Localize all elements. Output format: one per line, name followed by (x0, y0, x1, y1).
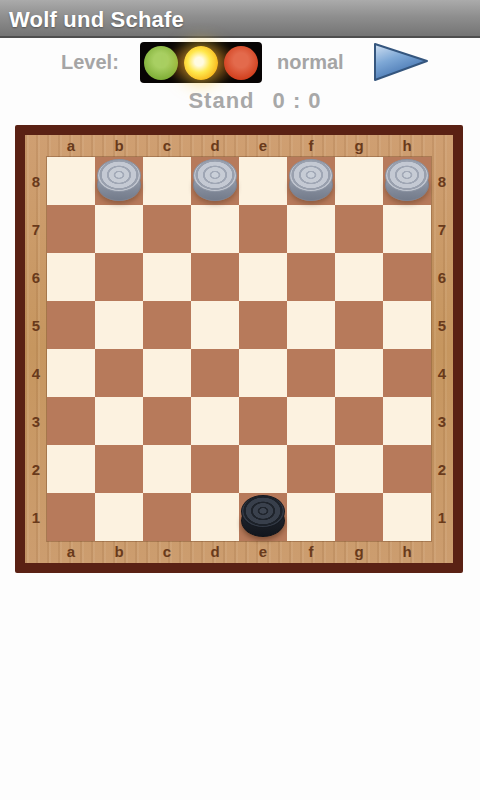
app-title: Wolf und Schafe (0, 0, 480, 33)
file-label: h (383, 135, 431, 157)
rank-label: 2 (431, 445, 453, 493)
rank-label: 4 (25, 349, 47, 397)
rank-label: 2 (25, 445, 47, 493)
score-row: Stand 0 : 0 (0, 88, 480, 114)
level-normal-lamp[interactable] (184, 46, 218, 80)
square-b7[interactable] (95, 205, 143, 253)
square-b4[interactable] (95, 349, 143, 397)
file-label: g (335, 541, 383, 563)
square-d7[interactable] (191, 205, 239, 253)
square-g8[interactable] (335, 157, 383, 205)
square-e6[interactable] (239, 253, 287, 301)
file-label: c (143, 541, 191, 563)
square-d4[interactable] (191, 349, 239, 397)
square-e8[interactable] (239, 157, 287, 205)
board-grid (47, 157, 431, 541)
square-a8[interactable] (47, 157, 95, 205)
square-f6[interactable] (287, 253, 335, 301)
rank-label: 5 (25, 301, 47, 349)
file-label: d (191, 541, 239, 563)
file-label: e (239, 135, 287, 157)
rank-label: 5 (431, 301, 453, 349)
square-e7[interactable] (239, 205, 287, 253)
square-a5[interactable] (47, 301, 95, 349)
square-f1[interactable] (287, 493, 335, 541)
square-c6[interactable] (143, 253, 191, 301)
file-label: h (383, 541, 431, 563)
square-a2[interactable] (47, 445, 95, 493)
square-d5[interactable] (191, 301, 239, 349)
square-e2[interactable] (239, 445, 287, 493)
square-c8[interactable] (143, 157, 191, 205)
square-b2[interactable] (95, 445, 143, 493)
file-label: a (47, 541, 95, 563)
square-f7[interactable] (287, 205, 335, 253)
square-a6[interactable] (47, 253, 95, 301)
square-f2[interactable] (287, 445, 335, 493)
square-b3[interactable] (95, 397, 143, 445)
rank-label: 7 (25, 205, 47, 253)
rank-label: 7 (431, 205, 453, 253)
black-wolf-piece-e1[interactable] (241, 495, 285, 538)
square-g2[interactable] (335, 445, 383, 493)
play-arrow-icon (372, 42, 430, 82)
start-game-button[interactable] (372, 42, 430, 82)
square-d3[interactable] (191, 397, 239, 445)
white-sheep-piece-d8[interactable] (193, 159, 237, 202)
rank-label: 3 (431, 397, 453, 445)
rank-label: 3 (25, 397, 47, 445)
rank-label: 6 (431, 253, 453, 301)
square-h3[interactable] (383, 397, 431, 445)
white-sheep-piece-h8[interactable] (385, 159, 429, 202)
square-a1[interactable] (47, 493, 95, 541)
file-label: c (143, 135, 191, 157)
score-value: 0 : 0 (273, 88, 322, 114)
square-a7[interactable] (47, 205, 95, 253)
rank-label: 6 (25, 253, 47, 301)
square-h4[interactable] (383, 349, 431, 397)
square-g1[interactable] (335, 493, 383, 541)
level-label: Level: (61, 51, 119, 74)
file-labels-bottom: abcdefgh (47, 541, 431, 563)
square-e3[interactable] (239, 397, 287, 445)
game-board: abcdefgh abcdefgh 87654321 87654321 (15, 125, 463, 573)
square-h6[interactable] (383, 253, 431, 301)
square-c5[interactable] (143, 301, 191, 349)
square-g7[interactable] (335, 205, 383, 253)
file-label: f (287, 541, 335, 563)
square-g4[interactable] (335, 349, 383, 397)
square-c1[interactable] (143, 493, 191, 541)
square-h7[interactable] (383, 205, 431, 253)
square-f4[interactable] (287, 349, 335, 397)
board-frame: abcdefgh abcdefgh 87654321 87654321 (25, 135, 453, 563)
rank-label: 8 (25, 157, 47, 205)
rank-label: 4 (431, 349, 453, 397)
square-f3[interactable] (287, 397, 335, 445)
app-title-bar: Wolf und Schafe (0, 0, 480, 38)
square-g5[interactable] (335, 301, 383, 349)
square-g3[interactable] (335, 397, 383, 445)
file-label: b (95, 135, 143, 157)
square-c2[interactable] (143, 445, 191, 493)
rank-label: 1 (25, 493, 47, 541)
white-sheep-piece-b8[interactable] (97, 159, 141, 202)
square-f5[interactable] (287, 301, 335, 349)
square-d6[interactable] (191, 253, 239, 301)
file-labels-top: abcdefgh (47, 135, 431, 157)
square-g6[interactable] (335, 253, 383, 301)
file-label: f (287, 135, 335, 157)
file-label: a (47, 135, 95, 157)
square-a3[interactable] (47, 397, 95, 445)
square-c3[interactable] (143, 397, 191, 445)
square-d2[interactable] (191, 445, 239, 493)
rank-labels-left: 87654321 (25, 157, 47, 541)
rank-label: 8 (431, 157, 453, 205)
white-sheep-piece-f8[interactable] (289, 159, 333, 202)
square-h2[interactable] (383, 445, 431, 493)
square-c7[interactable] (143, 205, 191, 253)
rank-label: 1 (431, 493, 453, 541)
square-a4[interactable] (47, 349, 95, 397)
file-label: g (335, 135, 383, 157)
file-label: d (191, 135, 239, 157)
app-screen: Wolf und Schafe Level: normal Stand 0 : … (0, 0, 480, 800)
square-h1[interactable] (383, 493, 431, 541)
square-e4[interactable] (239, 349, 287, 397)
square-b6[interactable] (95, 253, 143, 301)
square-e5[interactable] (239, 301, 287, 349)
square-h5[interactable] (383, 301, 431, 349)
level-hard-lamp[interactable] (224, 46, 258, 80)
square-d1[interactable] (191, 493, 239, 541)
level-value: normal (277, 51, 344, 74)
square-c4[interactable] (143, 349, 191, 397)
file-label: e (239, 541, 287, 563)
score-label: Stand (188, 88, 254, 114)
level-traffic-light[interactable] (140, 42, 262, 83)
rank-labels-right: 87654321 (431, 157, 453, 541)
square-b5[interactable] (95, 301, 143, 349)
square-b1[interactable] (95, 493, 143, 541)
file-label: b (95, 541, 143, 563)
level-easy-lamp[interactable] (144, 46, 178, 80)
